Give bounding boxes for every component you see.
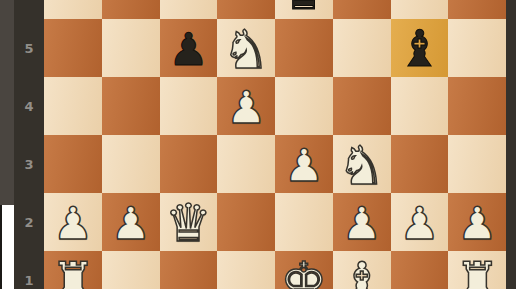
square-f1[interactable]: ♝ (333, 251, 391, 289)
black-queen-piece[interactable]: ♛ (281, 0, 328, 17)
left-panel-white-segment (0, 205, 14, 289)
square-a3[interactable] (44, 135, 102, 193)
square-d3[interactable] (217, 135, 275, 193)
square-a4[interactable] (44, 77, 102, 135)
white-knight-piece[interactable]: ♞ (222, 23, 270, 76)
square-g2[interactable]: ♟ (391, 193, 449, 251)
square-e2[interactable] (275, 193, 333, 251)
square-c6[interactable] (160, 0, 218, 19)
square-b3[interactable] (102, 135, 160, 193)
rank-label-5: 5 (14, 42, 44, 55)
right-cropped-panel (506, 0, 516, 289)
square-a6[interactable] (44, 0, 102, 19)
square-g1[interactable] (391, 251, 449, 289)
white-king-piece[interactable]: ♚ (281, 255, 328, 289)
rank-label-4: 4 (14, 100, 44, 113)
square-c2[interactable]: ♛ (160, 193, 218, 251)
square-b5[interactable] (102, 19, 160, 77)
square-e1[interactable]: ♚ (275, 251, 333, 289)
white-rook-piece[interactable]: ♜ (455, 256, 500, 289)
black-pawn-piece[interactable]: ♟ (168, 27, 208, 72)
square-g3[interactable] (391, 135, 449, 193)
square-a5[interactable] (44, 19, 102, 77)
square-f5[interactable] (333, 19, 391, 77)
left-cropped-panel (0, 0, 14, 289)
square-c5[interactable]: ♟ (160, 19, 218, 77)
square-h4[interactable] (448, 77, 506, 135)
square-e4[interactable] (275, 77, 333, 135)
rank-label-1: 1 (14, 274, 44, 287)
square-b1[interactable] (102, 251, 160, 289)
square-f2[interactable]: ♟ (333, 193, 391, 251)
square-e6[interactable]: ♛ (275, 0, 333, 19)
square-d4[interactable]: ♟ (217, 77, 275, 135)
square-f4[interactable] (333, 77, 391, 135)
square-d6[interactable] (217, 0, 275, 19)
square-c1[interactable] (160, 251, 218, 289)
rank-coordinate-gutter: 54321 (14, 0, 44, 289)
rank-label-2: 2 (14, 216, 44, 229)
square-g4[interactable] (391, 77, 449, 135)
square-g6[interactable] (391, 0, 449, 19)
square-f3[interactable]: ♞ (333, 135, 391, 193)
white-pawn-piece[interactable]: ♟ (226, 85, 266, 130)
square-h3[interactable] (448, 135, 506, 193)
square-e3[interactable]: ♟ (275, 135, 333, 193)
white-pawn-piece[interactable]: ♟ (399, 201, 439, 246)
square-b6[interactable] (102, 0, 160, 19)
square-h2[interactable]: ♟ (448, 193, 506, 251)
square-a1[interactable]: ♜ (44, 251, 102, 289)
white-pawn-piece[interactable]: ♟ (341, 201, 381, 246)
square-a2[interactable]: ♟ (44, 193, 102, 251)
square-e5[interactable] (275, 19, 333, 77)
white-rook-piece[interactable]: ♜ (50, 256, 95, 289)
square-g5[interactable]: ♝ (391, 19, 449, 77)
square-h5[interactable] (448, 19, 506, 77)
white-pawn-piece[interactable]: ♟ (110, 201, 150, 246)
chess-board[interactable]: ♛♟♞♝♟♟♞♟♟♛♟♟♟♜♚♝♜ (44, 0, 506, 289)
white-knight-piece[interactable]: ♞ (338, 139, 386, 192)
square-h6[interactable] (448, 0, 506, 19)
white-bishop-piece[interactable]: ♝ (339, 256, 384, 289)
square-b4[interactable] (102, 77, 160, 135)
square-d1[interactable] (217, 251, 275, 289)
white-pawn-piece[interactable]: ♟ (457, 201, 497, 246)
white-pawn-piece[interactable]: ♟ (53, 201, 93, 246)
white-pawn-piece[interactable]: ♟ (284, 143, 324, 188)
square-b2[interactable]: ♟ (102, 193, 160, 251)
white-queen-piece[interactable]: ♛ (165, 197, 212, 249)
square-h1[interactable]: ♜ (448, 251, 506, 289)
rank-label-3: 3 (14, 158, 44, 171)
square-c4[interactable] (160, 77, 218, 135)
black-bishop-piece[interactable]: ♝ (397, 24, 442, 74)
square-d2[interactable] (217, 193, 275, 251)
square-f6[interactable] (333, 0, 391, 19)
square-c3[interactable] (160, 135, 218, 193)
chess-app-screenshot: 54321 ♛♟♞♝♟♟♞♟♟♛♟♟♟♜♚♝♜ (0, 0, 516, 289)
square-d5[interactable]: ♞ (217, 19, 275, 77)
left-panel-dark-segment (0, 0, 14, 205)
